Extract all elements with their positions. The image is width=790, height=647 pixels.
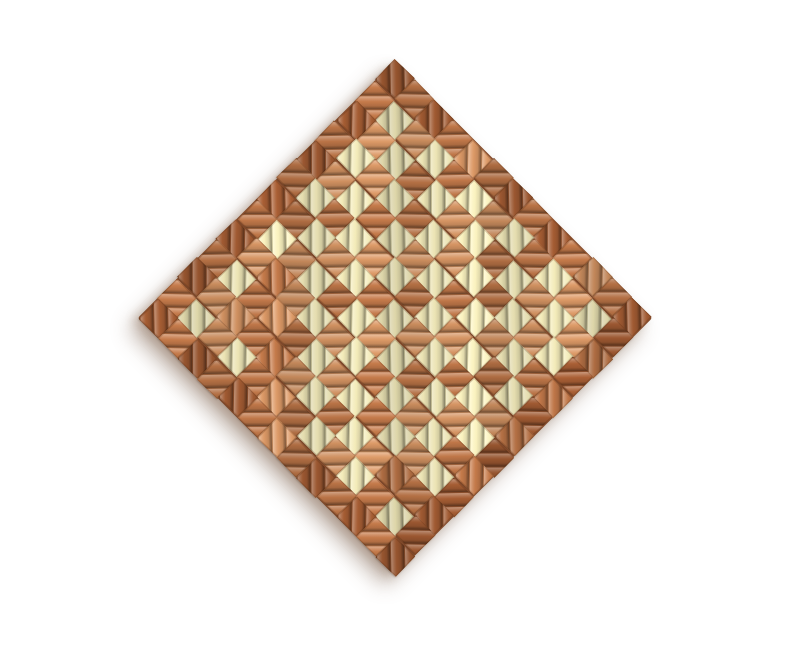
bamboo-mat	[213, 136, 577, 500]
bamboo-mat-board	[138, 61, 653, 576]
product-photo-canvas	[0, 0, 790, 647]
